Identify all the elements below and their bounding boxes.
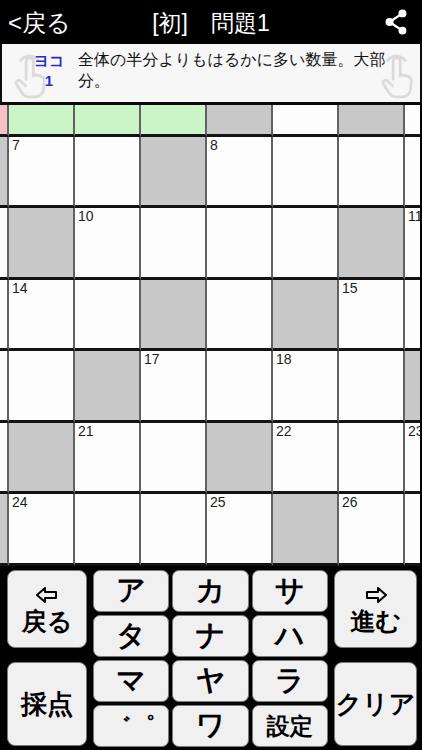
grid-cell-blocked [75,351,141,423]
grid-cell-blocked [273,280,339,352]
arrow-left-icon [30,583,64,607]
clue-direction: ヨコ 1 [28,51,70,90]
cell-number: 22 [276,424,292,439]
grid-cell[interactable]: 15 [339,280,405,352]
clue-text: 全体の半分よりもはるかに多い数量。大部分。 [78,44,416,98]
grid-cell[interactable]: 18 [273,351,339,423]
grid-cell-blocked [141,280,207,352]
clue-direction-label: ヨコ [28,51,70,71]
next-word-button[interactable]: 進む [334,570,417,648]
grid-cell[interactable] [405,494,422,566]
grid-cell-blocked [9,423,75,495]
kana-key[interactable]: ヤ [172,660,248,702]
grid-cell-blocked [0,137,9,209]
grid-cell[interactable] [75,280,141,352]
kana-key[interactable]: タ [93,615,169,657]
clue-number: 1 [28,71,70,91]
app-screen: <戻る [初] 問題1 [0,0,422,750]
grid-cell[interactable]: 24 [9,494,75,566]
kana-keys: アカサタナハマヤラ゛゜ワ設定 [93,570,328,747]
grade-label: 採点 [21,687,73,722]
grid-cell-highlighted[interactable] [75,105,141,137]
kana-key[interactable]: ハ [252,615,328,657]
grid-cell[interactable] [339,423,405,495]
kana-key[interactable]: マ [93,660,169,702]
grid-cell-blocked [9,208,75,280]
kana-keyboard: 戻る 採点 アカサタナハマヤラ゛゜ワ設定 進む クリア [0,566,422,750]
grid-cell[interactable] [273,137,339,209]
grid-cell-blocked [141,137,207,209]
grade-button[interactable]: 採点 [7,662,87,746]
keyboard-left-column: 戻る 採点 [7,570,87,746]
arrow-right-icon [359,583,393,607]
grid-cell[interactable]: 14 [9,280,75,352]
grid-cell-highlighted[interactable] [9,105,75,137]
cell-number: 15 [342,281,358,296]
grid-cell[interactable]: 26 [339,494,405,566]
share-button[interactable] [380,6,412,38]
page-title: [初] 問題1 [0,8,422,39]
grid-cell[interactable] [9,351,75,423]
grid-cell[interactable] [0,423,9,495]
prev-word-button[interactable]: 戻る [7,570,87,648]
grid-cell[interactable] [405,280,422,352]
dakuten-key[interactable]: ゛゜ [93,705,169,747]
cell-number: 25 [210,495,226,510]
grid-cell[interactable] [0,351,9,423]
grid-cell[interactable] [75,494,141,566]
grid-viewport[interactable]: 78101114151718212223242526 [0,105,422,566]
grid-cell[interactable]: 10 [75,208,141,280]
clue-bar: ヨコ 1 全体の半分よりもはるかに多い数量。大部分。 [0,44,422,105]
settings-key[interactable]: 設定 [252,705,328,747]
grid-cell[interactable]: 17 [141,351,207,423]
kana-key[interactable]: ラ [252,660,328,702]
cell-number: 21 [78,424,94,439]
grid-cell[interactable]: 8 [207,137,273,209]
cell-number: 8 [210,138,218,153]
grid-cell[interactable] [207,351,273,423]
cell-number: 26 [342,495,358,510]
grid-cell[interactable]: 23 [405,423,422,495]
keyboard-right-column: 進む クリア [334,570,417,746]
grid-cell-selected[interactable] [0,105,9,137]
kana-key[interactable]: ナ [172,615,248,657]
grid-cell[interactable] [207,280,273,352]
clear-label: クリア [336,687,416,722]
kana-key[interactable]: サ [252,570,328,612]
grid-cell-blocked [273,494,339,566]
grid-cell[interactable] [273,105,339,137]
grid-cell[interactable]: 22 [273,423,339,495]
cell-number: 17 [144,352,160,367]
kana-key[interactable]: ワ [172,705,248,747]
kana-key[interactable]: ア [93,570,169,612]
grid-cell[interactable]: 25 [207,494,273,566]
top-bar: <戻る [初] 問題1 [0,0,422,44]
grid-cell[interactable] [405,137,422,209]
grid-cell[interactable] [0,280,9,352]
grid-cell-blocked [339,208,405,280]
grid-cell[interactable]: 21 [75,423,141,495]
cell-number: 10 [78,209,94,224]
grid-cell-blocked [0,494,9,566]
grid-cell[interactable] [141,208,207,280]
cell-number: 7 [12,138,20,153]
kana-key[interactable]: カ [172,570,248,612]
cell-number: 11 [408,209,422,224]
grid-cell[interactable]: 11 [405,208,422,280]
clear-button[interactable]: クリア [334,662,417,746]
cell-number: 14 [12,281,28,296]
grid-cell[interactable] [141,494,207,566]
grid-cell[interactable] [141,423,207,495]
grid-cell[interactable] [339,351,405,423]
share-icon [383,8,409,36]
grid-cell[interactable] [75,137,141,209]
grid-cell[interactable]: 7 [9,137,75,209]
grid-cell[interactable] [207,208,273,280]
cell-number: 24 [12,495,28,510]
grid-cell[interactable] [405,105,422,137]
grid-cell[interactable] [0,208,9,280]
grid-cell-blocked [339,105,405,137]
grid-cell-highlighted[interactable] [141,105,207,137]
grid-cell-blocked [405,351,422,423]
grid-cell[interactable] [339,137,405,209]
cell-number: 23 [408,424,422,439]
grid-cell[interactable] [273,208,339,280]
next-word-label: 進む [350,607,401,636]
grid-cell-blocked [207,105,273,137]
prev-word-label: 戻る [22,607,73,636]
crossword-grid: 78101114151718212223242526 [0,105,422,566]
grid-cell-blocked [207,423,273,495]
cell-number: 18 [276,352,292,367]
